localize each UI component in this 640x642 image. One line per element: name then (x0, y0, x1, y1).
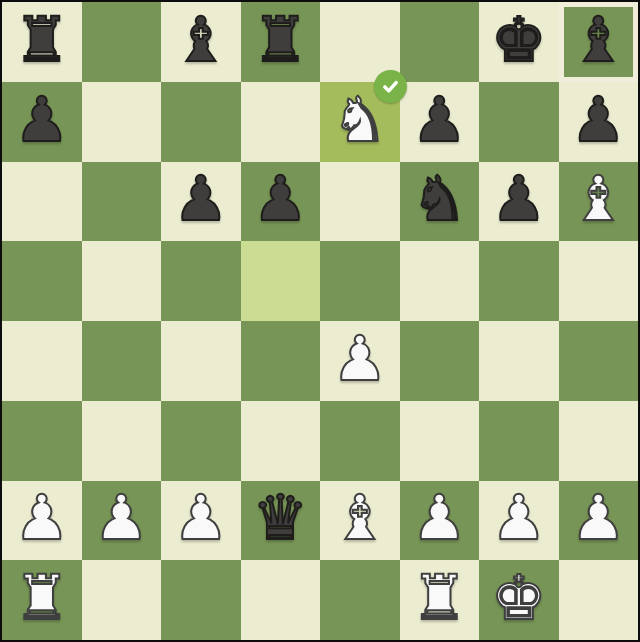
square-b7[interactable] (82, 82, 162, 162)
square-g1[interactable]: ♚ (479, 560, 559, 640)
square-h7[interactable]: ♟ (559, 82, 639, 162)
black-pawn[interactable]: ♟ (411, 89, 467, 151)
square-b4[interactable] (82, 321, 162, 401)
square-e2[interactable]: ♝ (320, 481, 400, 561)
square-g8[interactable]: ♚ (479, 2, 559, 82)
square-d4[interactable] (241, 321, 321, 401)
square-f5[interactable] (400, 241, 480, 321)
square-e7[interactable]: ♞ (320, 82, 400, 162)
square-g4[interactable] (479, 321, 559, 401)
square-c3[interactable] (161, 401, 241, 481)
square-c7[interactable] (161, 82, 241, 162)
square-a4[interactable] (2, 321, 82, 401)
square-c1[interactable] (161, 560, 241, 640)
board-frame: ♜♝♜♚♝♟♞♟♟♟♟♞♟♝♟♟♟♟♛♝♟♟♟♜♜♚ (0, 0, 640, 642)
square-f8[interactable] (400, 2, 480, 82)
square-d7[interactable] (241, 82, 321, 162)
square-f7[interactable]: ♟ (400, 82, 480, 162)
black-pawn[interactable]: ♟ (173, 168, 229, 230)
square-a5[interactable] (2, 241, 82, 321)
white-pawn[interactable]: ♟ (173, 487, 229, 549)
square-h3[interactable] (559, 401, 639, 481)
black-pawn[interactable]: ♟ (14, 89, 70, 151)
white-pawn[interactable]: ♟ (570, 487, 626, 549)
black-pawn[interactable]: ♟ (570, 89, 626, 151)
square-b1[interactable] (82, 560, 162, 640)
square-h6[interactable]: ♝ (559, 162, 639, 242)
square-f6[interactable]: ♞ (400, 162, 480, 242)
square-g2[interactable]: ♟ (479, 481, 559, 561)
square-d6[interactable]: ♟ (241, 162, 321, 242)
square-f1[interactable]: ♜ (400, 560, 480, 640)
checkmark-icon (380, 76, 401, 97)
white-pawn[interactable]: ♟ (332, 328, 388, 390)
square-d3[interactable] (241, 401, 321, 481)
square-e4[interactable]: ♟ (320, 321, 400, 401)
white-pawn[interactable]: ♟ (411, 487, 467, 549)
white-bishop[interactable]: ♝ (332, 487, 388, 549)
square-e5[interactable] (320, 241, 400, 321)
chess-board: ♜♝♜♚♝♟♞♟♟♟♟♞♟♝♟♟♟♟♛♝♟♟♟♜♜♚ (2, 2, 638, 640)
square-h5[interactable] (559, 241, 639, 321)
square-f4[interactable] (400, 321, 480, 401)
square-b5[interactable] (82, 241, 162, 321)
square-c8[interactable]: ♝ (161, 2, 241, 82)
black-pawn[interactable]: ♟ (491, 168, 547, 230)
square-d1[interactable] (241, 560, 321, 640)
black-bishop[interactable]: ♝ (570, 9, 626, 71)
square-h8[interactable]: ♝ (559, 2, 639, 82)
white-pawn[interactable]: ♟ (14, 487, 70, 549)
white-king[interactable]: ♚ (491, 567, 547, 629)
square-e6[interactable] (320, 162, 400, 242)
square-b2[interactable]: ♟ (82, 481, 162, 561)
white-bishop[interactable]: ♝ (570, 168, 626, 230)
black-bishop[interactable]: ♝ (173, 9, 229, 71)
square-g6[interactable]: ♟ (479, 162, 559, 242)
square-g3[interactable] (479, 401, 559, 481)
white-pawn[interactable]: ♟ (93, 487, 149, 549)
square-b6[interactable] (82, 162, 162, 242)
black-queen[interactable]: ♛ (252, 487, 308, 549)
square-f3[interactable] (400, 401, 480, 481)
square-f2[interactable]: ♟ (400, 481, 480, 561)
square-c4[interactable] (161, 321, 241, 401)
square-h1[interactable] (559, 560, 639, 640)
square-d2[interactable]: ♛ (241, 481, 321, 561)
square-h2[interactable]: ♟ (559, 481, 639, 561)
square-c5[interactable] (161, 241, 241, 321)
square-c6[interactable]: ♟ (161, 162, 241, 242)
white-rook[interactable]: ♜ (14, 567, 70, 629)
square-d5[interactable] (241, 241, 321, 321)
square-a7[interactable]: ♟ (2, 82, 82, 162)
black-king[interactable]: ♚ (491, 9, 547, 71)
square-d8[interactable]: ♜ (241, 2, 321, 82)
square-g5[interactable] (479, 241, 559, 321)
square-a2[interactable]: ♟ (2, 481, 82, 561)
square-a6[interactable] (2, 162, 82, 242)
black-pawn[interactable]: ♟ (252, 168, 308, 230)
black-rook[interactable]: ♜ (252, 9, 308, 71)
square-a1[interactable]: ♜ (2, 560, 82, 640)
correct-move-badge (374, 70, 407, 103)
square-c2[interactable]: ♟ (161, 481, 241, 561)
square-e1[interactable] (320, 560, 400, 640)
square-e3[interactable] (320, 401, 400, 481)
square-b8[interactable] (82, 2, 162, 82)
square-a3[interactable] (2, 401, 82, 481)
square-g7[interactable] (479, 82, 559, 162)
square-a8[interactable]: ♜ (2, 2, 82, 82)
white-pawn[interactable]: ♟ (491, 487, 547, 549)
square-b3[interactable] (82, 401, 162, 481)
black-rook[interactable]: ♜ (14, 9, 70, 71)
white-rook[interactable]: ♜ (411, 567, 467, 629)
black-knight[interactable]: ♞ (411, 168, 467, 230)
square-h4[interactable] (559, 321, 639, 401)
